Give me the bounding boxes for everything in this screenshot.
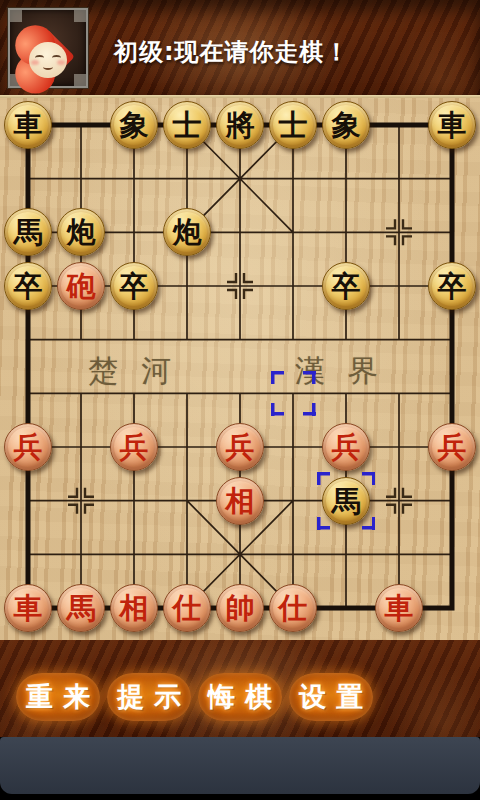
piece-red-rook[interactable]: 車 xyxy=(4,584,52,632)
status-message: 初级:现在请你走棋！ xyxy=(114,36,350,68)
piece-red-elephant[interactable]: 相 xyxy=(216,477,264,525)
piece-red-soldier[interactable]: 兵 xyxy=(428,423,476,471)
piece-red-king[interactable]: 帥 xyxy=(216,584,264,632)
piece-black-king[interactable]: 將 xyxy=(216,101,264,149)
piece-red-soldier[interactable]: 兵 xyxy=(322,423,370,471)
hint-button[interactable]: 提示 xyxy=(107,673,191,721)
piece-black-elephant[interactable]: 象 xyxy=(110,101,158,149)
piece-black-soldier[interactable]: 卒 xyxy=(322,262,370,310)
xiangqi-board[interactable]: 楚河 漢界 車象士將士象車馬炮炮卒砲卒卒卒兵兵兵兵兵相馬車馬相仕帥仕車 xyxy=(0,95,480,640)
avatar-frame-ornament xyxy=(10,10,22,22)
piece-black-soldier[interactable]: 卒 xyxy=(428,262,476,310)
pieces-grid: 車象士將士象車馬炮炮卒砲卒卒卒兵兵兵兵兵相馬車馬相仕帥仕車 xyxy=(2,98,479,635)
settings-button[interactable]: 设置 xyxy=(289,673,373,721)
piece-black-advisor[interactable]: 士 xyxy=(163,101,211,149)
toolbar: 重来 提示 悔棋 设置 xyxy=(0,640,480,737)
piece-black-soldier[interactable]: 卒 xyxy=(110,262,158,310)
piece-red-horse[interactable]: 馬 xyxy=(57,584,105,632)
piece-red-advisor[interactable]: 仕 xyxy=(163,584,211,632)
piece-red-soldier[interactable]: 兵 xyxy=(216,423,264,471)
avatar-frame-ornament xyxy=(74,74,86,86)
piece-black-cannon[interactable]: 炮 xyxy=(163,208,211,256)
piece-red-advisor[interactable]: 仕 xyxy=(269,584,317,632)
piece-red-rook[interactable]: 車 xyxy=(375,584,423,632)
avatar-frame-ornament xyxy=(74,10,86,22)
last-move-from-marker xyxy=(271,371,316,416)
piece-black-elephant[interactable]: 象 xyxy=(322,101,370,149)
piece-black-rook[interactable]: 車 xyxy=(428,101,476,149)
piece-black-soldier[interactable]: 卒 xyxy=(4,262,52,310)
piece-black-rook[interactable]: 車 xyxy=(4,101,52,149)
avatar-face xyxy=(29,42,67,78)
restart-button[interactable]: 重来 xyxy=(16,673,100,721)
piece-black-cannon[interactable]: 炮 xyxy=(57,208,105,256)
avatar xyxy=(8,8,88,88)
piece-red-elephant[interactable]: 相 xyxy=(110,584,158,632)
piece-red-cannon[interactable]: 砲 xyxy=(57,262,105,310)
piece-red-soldier[interactable]: 兵 xyxy=(4,423,52,471)
piece-black-horse[interactable]: 馬 xyxy=(4,208,52,256)
piece-black-advisor[interactable]: 士 xyxy=(269,101,317,149)
undo-button[interactable]: 悔棋 xyxy=(198,673,282,721)
piece-red-soldier[interactable]: 兵 xyxy=(110,423,158,471)
piece-black-horse[interactable]: 馬 xyxy=(322,477,370,525)
status-bar: 初级:现在请你走棋！ xyxy=(0,0,480,95)
ad-panel xyxy=(0,737,480,794)
app-screen: 初级:现在请你走棋！ 楚河 漢界 車象士將士象車馬炮炮卒砲卒卒卒兵兵兵兵兵相馬車… xyxy=(0,0,480,800)
